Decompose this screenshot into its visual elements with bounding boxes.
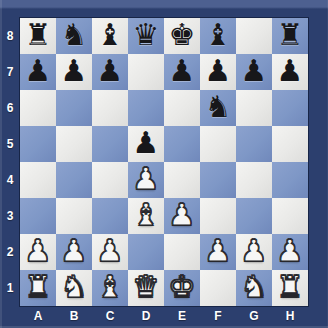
square-d6[interactable] xyxy=(128,90,164,126)
square-e1[interactable]: ♚ xyxy=(164,270,200,306)
square-b3[interactable] xyxy=(56,198,92,234)
square-b7[interactable]: ♟ xyxy=(56,54,92,90)
piece-white-pawn: ♟ xyxy=(25,236,52,266)
square-b6[interactable] xyxy=(56,90,92,126)
file-label-f: F xyxy=(200,306,236,326)
square-f8[interactable]: ♝ xyxy=(200,18,236,54)
piece-white-pawn: ♟ xyxy=(205,236,232,266)
square-g5[interactable] xyxy=(236,126,272,162)
piece-white-rook: ♜ xyxy=(277,272,304,302)
square-a8[interactable]: ♜ xyxy=(20,18,56,54)
file-label-d: D xyxy=(128,306,164,326)
rank-label-3: 3 xyxy=(0,198,20,234)
file-label-b: B xyxy=(56,306,92,326)
piece-black-rook: ♜ xyxy=(25,20,52,50)
piece-white-pawn: ♟ xyxy=(277,236,304,266)
file-label-g: G xyxy=(236,306,272,326)
piece-white-pawn: ♟ xyxy=(241,236,268,266)
rank-label-4: 4 xyxy=(0,162,20,198)
rank-label-2: 2 xyxy=(0,234,20,270)
square-e4[interactable] xyxy=(164,162,200,198)
square-g7[interactable]: ♟ xyxy=(236,54,272,90)
square-f2[interactable]: ♟ xyxy=(200,234,236,270)
square-h6[interactable] xyxy=(272,90,308,126)
piece-white-pawn: ♟ xyxy=(97,236,124,266)
square-b1[interactable]: ♞ xyxy=(56,270,92,306)
file-labels: ABCDEFGH xyxy=(20,306,308,328)
piece-white-pawn: ♟ xyxy=(61,236,88,266)
square-e6[interactable] xyxy=(164,90,200,126)
square-h4[interactable] xyxy=(272,162,308,198)
piece-white-knight: ♞ xyxy=(61,272,88,302)
file-label-a: A xyxy=(20,306,56,326)
rank-label-1: 1 xyxy=(0,270,20,306)
square-a2[interactable]: ♟ xyxy=(20,234,56,270)
piece-white-pawn: ♟ xyxy=(133,164,160,194)
square-g4[interactable] xyxy=(236,162,272,198)
square-g1[interactable]: ♞ xyxy=(236,270,272,306)
piece-white-bishop: ♝ xyxy=(133,200,160,230)
square-d3[interactable]: ♝ xyxy=(128,198,164,234)
square-b2[interactable]: ♟ xyxy=(56,234,92,270)
piece-black-pawn: ♟ xyxy=(205,56,232,86)
square-g8[interactable] xyxy=(236,18,272,54)
piece-black-knight: ♞ xyxy=(61,20,88,50)
square-e7[interactable]: ♟ xyxy=(164,54,200,90)
square-c3[interactable] xyxy=(92,198,128,234)
piece-black-pawn: ♟ xyxy=(61,56,88,86)
piece-black-pawn: ♟ xyxy=(277,56,304,86)
rank-label-8: 8 xyxy=(0,18,20,54)
square-c6[interactable] xyxy=(92,90,128,126)
square-c5[interactable] xyxy=(92,126,128,162)
piece-white-queen: ♛ xyxy=(133,272,160,302)
square-c8[interactable]: ♝ xyxy=(92,18,128,54)
square-f6[interactable]: ♞ xyxy=(200,90,236,126)
piece-black-bishop: ♝ xyxy=(97,20,124,50)
square-f1[interactable] xyxy=(200,270,236,306)
square-a1[interactable]: ♜ xyxy=(20,270,56,306)
chess-board: ♜♞♝♛♚♝♜♟♟♟♟♟♟♟♞♟♟♝♟♟♟♟♟♟♟♜♞♝♛♚♞♜ xyxy=(20,18,308,306)
square-a7[interactable]: ♟ xyxy=(20,54,56,90)
piece-black-knight: ♞ xyxy=(205,92,232,122)
piece-black-queen: ♛ xyxy=(133,20,160,50)
piece-white-pawn: ♟ xyxy=(169,200,196,230)
square-g2[interactable]: ♟ xyxy=(236,234,272,270)
square-h8[interactable]: ♜ xyxy=(272,18,308,54)
file-label-h: H xyxy=(272,306,308,326)
square-a4[interactable] xyxy=(20,162,56,198)
file-label-e: E xyxy=(164,306,200,326)
square-d7[interactable] xyxy=(128,54,164,90)
square-b5[interactable] xyxy=(56,126,92,162)
square-c2[interactable]: ♟ xyxy=(92,234,128,270)
square-a3[interactable] xyxy=(20,198,56,234)
square-h7[interactable]: ♟ xyxy=(272,54,308,90)
square-f3[interactable] xyxy=(200,198,236,234)
piece-black-pawn: ♟ xyxy=(97,56,124,86)
square-b4[interactable] xyxy=(56,162,92,198)
piece-black-rook: ♜ xyxy=(277,20,304,50)
rank-label-6: 6 xyxy=(0,90,20,126)
square-a5[interactable] xyxy=(20,126,56,162)
square-h5[interactable] xyxy=(272,126,308,162)
square-e5[interactable] xyxy=(164,126,200,162)
file-label-c: C xyxy=(92,306,128,326)
square-d2[interactable] xyxy=(128,234,164,270)
square-c7[interactable]: ♟ xyxy=(92,54,128,90)
rank-label-5: 5 xyxy=(0,126,20,162)
square-c1[interactable]: ♝ xyxy=(92,270,128,306)
square-h2[interactable]: ♟ xyxy=(272,234,308,270)
square-g3[interactable] xyxy=(236,198,272,234)
square-e3[interactable]: ♟ xyxy=(164,198,200,234)
piece-black-pawn: ♟ xyxy=(241,56,268,86)
square-f7[interactable]: ♟ xyxy=(200,54,236,90)
rank-labels: 87654321 xyxy=(0,18,20,306)
piece-black-bishop: ♝ xyxy=(205,20,232,50)
piece-black-king: ♚ xyxy=(169,20,196,50)
piece-white-rook: ♜ xyxy=(25,272,52,302)
square-h3[interactable] xyxy=(272,198,308,234)
piece-black-pawn: ♟ xyxy=(169,56,196,86)
piece-black-pawn: ♟ xyxy=(133,128,160,158)
rank-label-7: 7 xyxy=(0,54,20,90)
square-h1[interactable]: ♜ xyxy=(272,270,308,306)
square-c4[interactable] xyxy=(92,162,128,198)
square-f5[interactable] xyxy=(200,126,236,162)
chess-board-frame: 87654321 ♜♞♝♛♚♝♜♟♟♟♟♟♟♟♞♟♟♝♟♟♟♟♟♟♟♜♞♝♛♚♞… xyxy=(0,0,328,328)
square-d1[interactable]: ♛ xyxy=(128,270,164,306)
square-b8[interactable]: ♞ xyxy=(56,18,92,54)
square-d5[interactable]: ♟ xyxy=(128,126,164,162)
square-f4[interactable] xyxy=(200,162,236,198)
square-a6[interactable] xyxy=(20,90,56,126)
square-g6[interactable] xyxy=(236,90,272,126)
piece-black-pawn: ♟ xyxy=(25,56,52,86)
piece-white-bishop: ♝ xyxy=(97,272,124,302)
square-d4[interactable]: ♟ xyxy=(128,162,164,198)
piece-white-king: ♚ xyxy=(169,272,196,302)
piece-white-knight: ♞ xyxy=(241,272,268,302)
square-e8[interactable]: ♚ xyxy=(164,18,200,54)
square-d8[interactable]: ♛ xyxy=(128,18,164,54)
square-e2[interactable] xyxy=(164,234,200,270)
